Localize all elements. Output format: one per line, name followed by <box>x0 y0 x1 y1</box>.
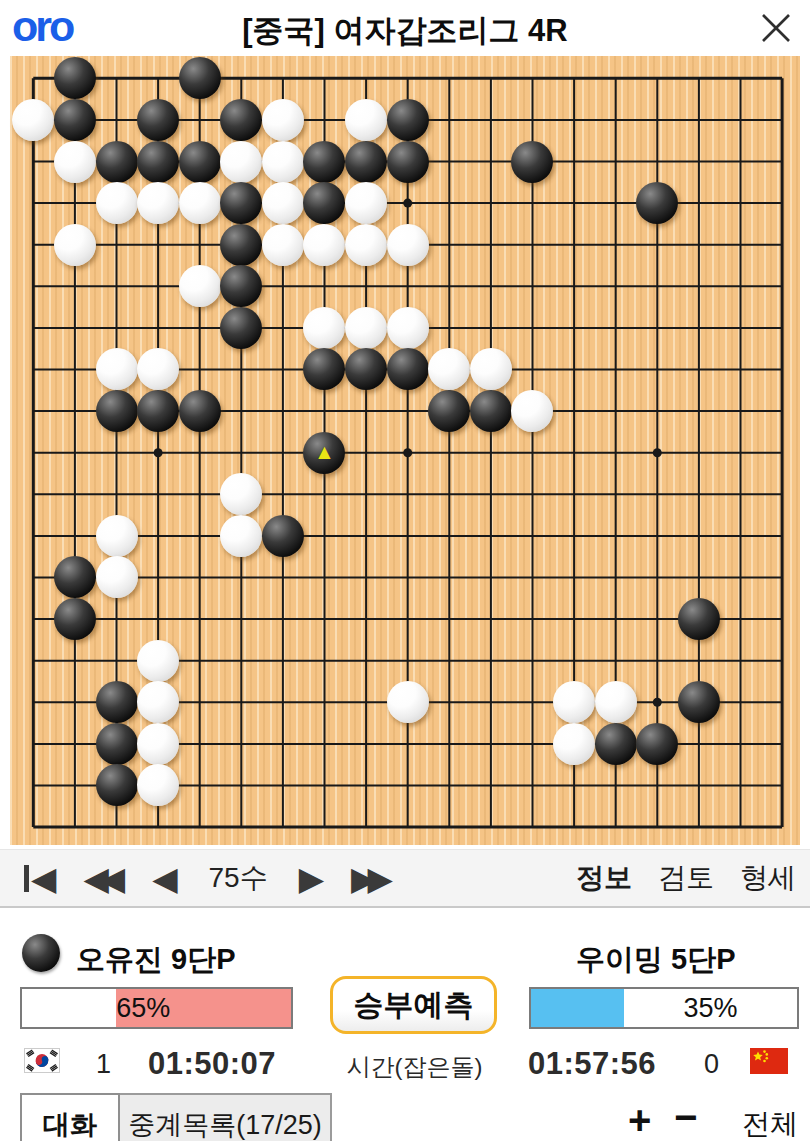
black-stone <box>678 598 720 640</box>
white-stone <box>345 224 387 266</box>
black-stone <box>595 723 637 765</box>
black-stone <box>220 307 262 349</box>
black-winrate-label: 65% <box>116 989 170 1027</box>
last-move-triangle-marker: ▲ <box>314 441 335 462</box>
black-stone <box>303 141 345 183</box>
black-time: 01:50:07 <box>148 1046 276 1082</box>
black-stone <box>54 99 96 141</box>
black-stone <box>54 57 96 99</box>
china-flag-icon <box>750 1048 788 1078</box>
white-stone <box>511 390 553 432</box>
black-stone <box>387 348 429 390</box>
white-winrate-label: 35% <box>624 989 797 1027</box>
white-stone <box>345 307 387 349</box>
black-stone-icon <box>22 934 60 972</box>
white-stone <box>262 141 304 183</box>
black-stone <box>303 182 345 224</box>
black-stone <box>96 141 138 183</box>
tab-relay-list[interactable]: 중계목록(17/25) <box>120 1093 332 1141</box>
white-stone <box>179 265 221 307</box>
black-stone <box>470 390 512 432</box>
white-stone <box>595 681 637 723</box>
white-stone <box>220 515 262 557</box>
time-caption: 시간(잡은돌) <box>327 1051 502 1083</box>
white-stone <box>387 224 429 266</box>
fast-back-button[interactable]: ◀◀ <box>83 862 125 895</box>
white-stone <box>345 182 387 224</box>
black-stone <box>220 265 262 307</box>
black-stone <box>179 141 221 183</box>
players-panel: 오유진 9단P 우이밍 5단P 65% 승부예측 35% <box>0 910 810 1092</box>
black-stone <box>511 141 553 183</box>
white-stone <box>137 640 179 682</box>
tab-chat[interactable]: 대화 <box>20 1093 120 1141</box>
white-stone <box>12 99 54 141</box>
black-stone <box>345 348 387 390</box>
black-stone <box>303 348 345 390</box>
black-stone <box>636 182 678 224</box>
white-stone <box>54 224 96 266</box>
white-stone <box>137 723 179 765</box>
bottom-tabbar: 대화 중계목록(17/25) + − 전체 <box>0 1092 810 1141</box>
white-captures-count: 0 <box>704 1049 719 1080</box>
header: oro [중국] 여자갑조리그 4R <box>0 0 810 56</box>
white-stone <box>54 141 96 183</box>
white-stone <box>428 348 470 390</box>
menu-review[interactable]: 검토 <box>658 859 714 897</box>
black-stone <box>387 99 429 141</box>
black-stone <box>54 598 96 640</box>
white-stone <box>553 723 595 765</box>
black-stone <box>262 515 304 557</box>
white-stone <box>262 182 304 224</box>
black-captures-count: 1 <box>96 1049 111 1080</box>
white-stone <box>179 182 221 224</box>
black-stone <box>636 723 678 765</box>
white-stone <box>303 224 345 266</box>
white-player-name: 우이밍 5단P <box>576 940 736 980</box>
white-stone <box>96 515 138 557</box>
white-stone <box>387 307 429 349</box>
white-stone <box>96 182 138 224</box>
white-stone <box>220 473 262 515</box>
white-stone <box>303 307 345 349</box>
white-stone <box>137 764 179 806</box>
nav-buttons: ◀ ◀◀ ◀ 75수 ▶ ▶▶ <box>24 859 393 897</box>
black-stone <box>137 390 179 432</box>
white-winrate-fill <box>531 989 624 1027</box>
white-time: 01:57:56 <box>528 1046 656 1082</box>
go-start-button[interactable]: ◀ <box>24 862 56 895</box>
white-stone <box>553 681 595 723</box>
zoom-in-button[interactable]: + <box>628 1098 651 1141</box>
menu-territory[interactable]: 형세 <box>740 859 796 897</box>
white-stone <box>345 99 387 141</box>
black-winrate-fill: 65% <box>116 989 291 1027</box>
view-all-button[interactable]: 전체 <box>742 1105 798 1141</box>
black-stone <box>345 141 387 183</box>
move-number-label: 75수 <box>205 859 272 897</box>
white-stone <box>96 348 138 390</box>
black-stone <box>54 556 96 598</box>
black-stone <box>678 681 720 723</box>
white-stone <box>262 224 304 266</box>
back-button[interactable]: ◀ <box>152 862 177 895</box>
black-stone <box>220 99 262 141</box>
black-stone <box>220 182 262 224</box>
black-stone: ▲ <box>303 432 345 474</box>
black-stone <box>96 390 138 432</box>
white-stone <box>220 141 262 183</box>
close-icon[interactable] <box>756 8 796 48</box>
black-stone <box>220 224 262 266</box>
south-korea-flag-icon <box>24 1048 60 1077</box>
white-stone <box>137 681 179 723</box>
black-stone <box>96 723 138 765</box>
black-stone <box>96 764 138 806</box>
page-title: [중국] 여자갑조리그 4R <box>0 10 810 52</box>
black-winrate-bar: 65% <box>20 987 293 1029</box>
black-stone <box>137 141 179 183</box>
black-stone <box>137 99 179 141</box>
fast-forward-button[interactable]: ▶▶ <box>351 862 393 895</box>
board-stones: ▲ <box>13 58 803 848</box>
win-prediction-button[interactable]: 승부예측 <box>330 976 497 1034</box>
black-stone <box>428 390 470 432</box>
black-stone <box>179 57 221 99</box>
white-stone <box>262 99 304 141</box>
black-stone <box>179 390 221 432</box>
move-navigation-bar: ◀ ◀◀ ◀ 75수 ▶ ▶▶ 정보 검토 형세 <box>0 849 810 908</box>
app-window: oro [중국] 여자갑조리그 4R ▲ ◀ ◀◀ ◀ 75수 ▶ ▶▶ 정보 … <box>0 0 810 1141</box>
black-stone <box>96 681 138 723</box>
nav-menu: 정보 검토 형세 <box>576 859 796 897</box>
white-stone <box>387 681 429 723</box>
white-stone <box>470 348 512 390</box>
white-winrate-bar: 35% <box>529 987 799 1029</box>
white-stone <box>137 348 179 390</box>
black-stone <box>387 141 429 183</box>
go-board[interactable]: ▲ <box>10 56 800 845</box>
zoom-out-button[interactable]: − <box>674 1095 697 1140</box>
white-stone <box>96 556 138 598</box>
forward-button[interactable]: ▶ <box>299 862 324 895</box>
menu-info[interactable]: 정보 <box>576 859 632 897</box>
white-stone <box>137 182 179 224</box>
black-player-name: 오유진 9단P <box>76 940 236 980</box>
